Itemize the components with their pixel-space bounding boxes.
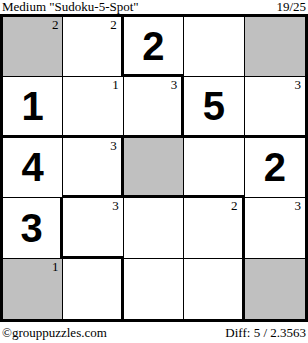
cell-value: 1 xyxy=(22,86,44,126)
cell-r5c3[interactable] xyxy=(124,259,184,319)
pencil-mark: 3 xyxy=(112,199,119,213)
cell-r4c1[interactable]: 3 xyxy=(3,198,63,258)
cell-r4c5[interactable]: 3 xyxy=(245,198,305,258)
cell-r2c3[interactable]: 3 xyxy=(124,77,184,137)
copyright-text: ©grouppuzzles.com xyxy=(2,325,107,341)
pencil-mark: 1 xyxy=(52,260,59,274)
cell-r2c2[interactable]: 1 xyxy=(63,77,123,137)
cell-r2c4[interactable]: 5 xyxy=(184,77,244,137)
pencil-mark: 1 xyxy=(112,78,119,92)
cell-r5c5[interactable] xyxy=(245,259,305,319)
pencil-mark: 2 xyxy=(231,199,238,213)
board-cells: 2221135343233231 xyxy=(3,17,305,319)
cell-value: 2 xyxy=(142,26,164,66)
cell-r1c3[interactable]: 2 xyxy=(124,17,184,77)
cell-r3c4[interactable] xyxy=(184,138,244,198)
cell-r1c5[interactable] xyxy=(245,17,305,77)
pencil-mark: 3 xyxy=(110,139,117,153)
cell-value: 5 xyxy=(203,86,225,126)
pencil-mark: 2 xyxy=(110,18,117,32)
cell-r1c4[interactable] xyxy=(184,17,244,77)
cell-r3c3[interactable] xyxy=(124,138,184,198)
cell-r2c1[interactable]: 1 xyxy=(3,77,63,137)
cell-r1c2[interactable]: 2 xyxy=(63,17,123,77)
cell-value: 4 xyxy=(22,147,44,187)
cell-r3c1[interactable]: 4 xyxy=(3,138,63,198)
footer: ©grouppuzzles.com Diff: 5 / 2.3563 xyxy=(2,325,306,341)
cell-r4c4[interactable]: 2 xyxy=(184,198,244,258)
puzzle-title: Medium "Sudoku-5-Spot" xyxy=(2,0,139,14)
sudoku-board: 2221135343233231 xyxy=(0,14,308,322)
pencil-mark: 3 xyxy=(295,78,302,92)
cell-r5c1[interactable]: 1 xyxy=(3,259,63,319)
cell-r4c3[interactable] xyxy=(124,198,184,258)
pencil-mark: 2 xyxy=(52,18,59,32)
cell-r5c2[interactable] xyxy=(63,259,123,319)
cell-r5c4[interactable] xyxy=(184,259,244,319)
puzzle-counter: 19/25 xyxy=(276,0,306,14)
pencil-mark: 3 xyxy=(295,199,302,213)
cell-value: 3 xyxy=(21,208,43,248)
pencil-mark: 3 xyxy=(171,78,178,92)
cell-r4c2[interactable]: 3 xyxy=(63,198,123,258)
cell-r1c1[interactable]: 2 xyxy=(3,17,63,77)
puzzle-page: Medium "Sudoku-5-Spot" 19/25 22211353432… xyxy=(0,0,308,343)
difficulty-text: Diff: 5 / 2.3563 xyxy=(225,325,306,341)
cell-r2c5[interactable]: 3 xyxy=(245,77,305,137)
header: Medium "Sudoku-5-Spot" 19/25 xyxy=(2,0,306,14)
cell-r3c5[interactable]: 2 xyxy=(245,138,305,198)
cell-r3c2[interactable]: 3 xyxy=(63,138,123,198)
cell-value: 2 xyxy=(264,147,286,187)
